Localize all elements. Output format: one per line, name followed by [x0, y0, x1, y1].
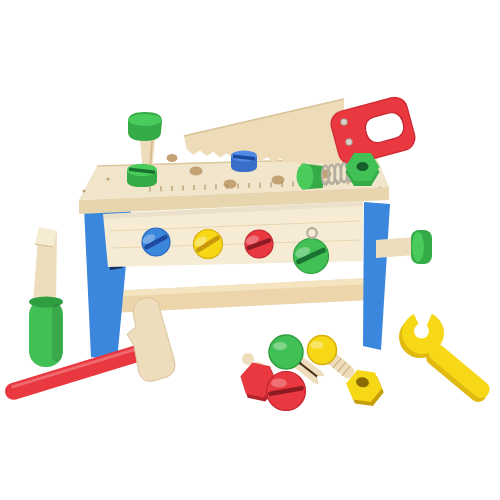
chisel: [29, 227, 63, 367]
green-screw-head: [269, 335, 303, 369]
saw: [184, 95, 418, 169]
yellow-screw-head: [308, 336, 337, 365]
green-screw-on-top: [127, 164, 157, 187]
apron-screw-green: [293, 239, 328, 274]
right-leg: [363, 202, 390, 350]
toy-workbench-photo: [0, 0, 500, 500]
apron-screw-yellow: [193, 230, 223, 259]
mushroom-peg: [128, 112, 162, 172]
hammer-head: [127, 298, 175, 382]
wrench: [399, 300, 493, 406]
saw-blade: [184, 99, 344, 168]
blue-screw-on-top: [231, 151, 257, 173]
apron-screw-red: [244, 230, 273, 258]
fasteners: [236, 335, 386, 411]
scene-canvas: [0, 0, 500, 500]
